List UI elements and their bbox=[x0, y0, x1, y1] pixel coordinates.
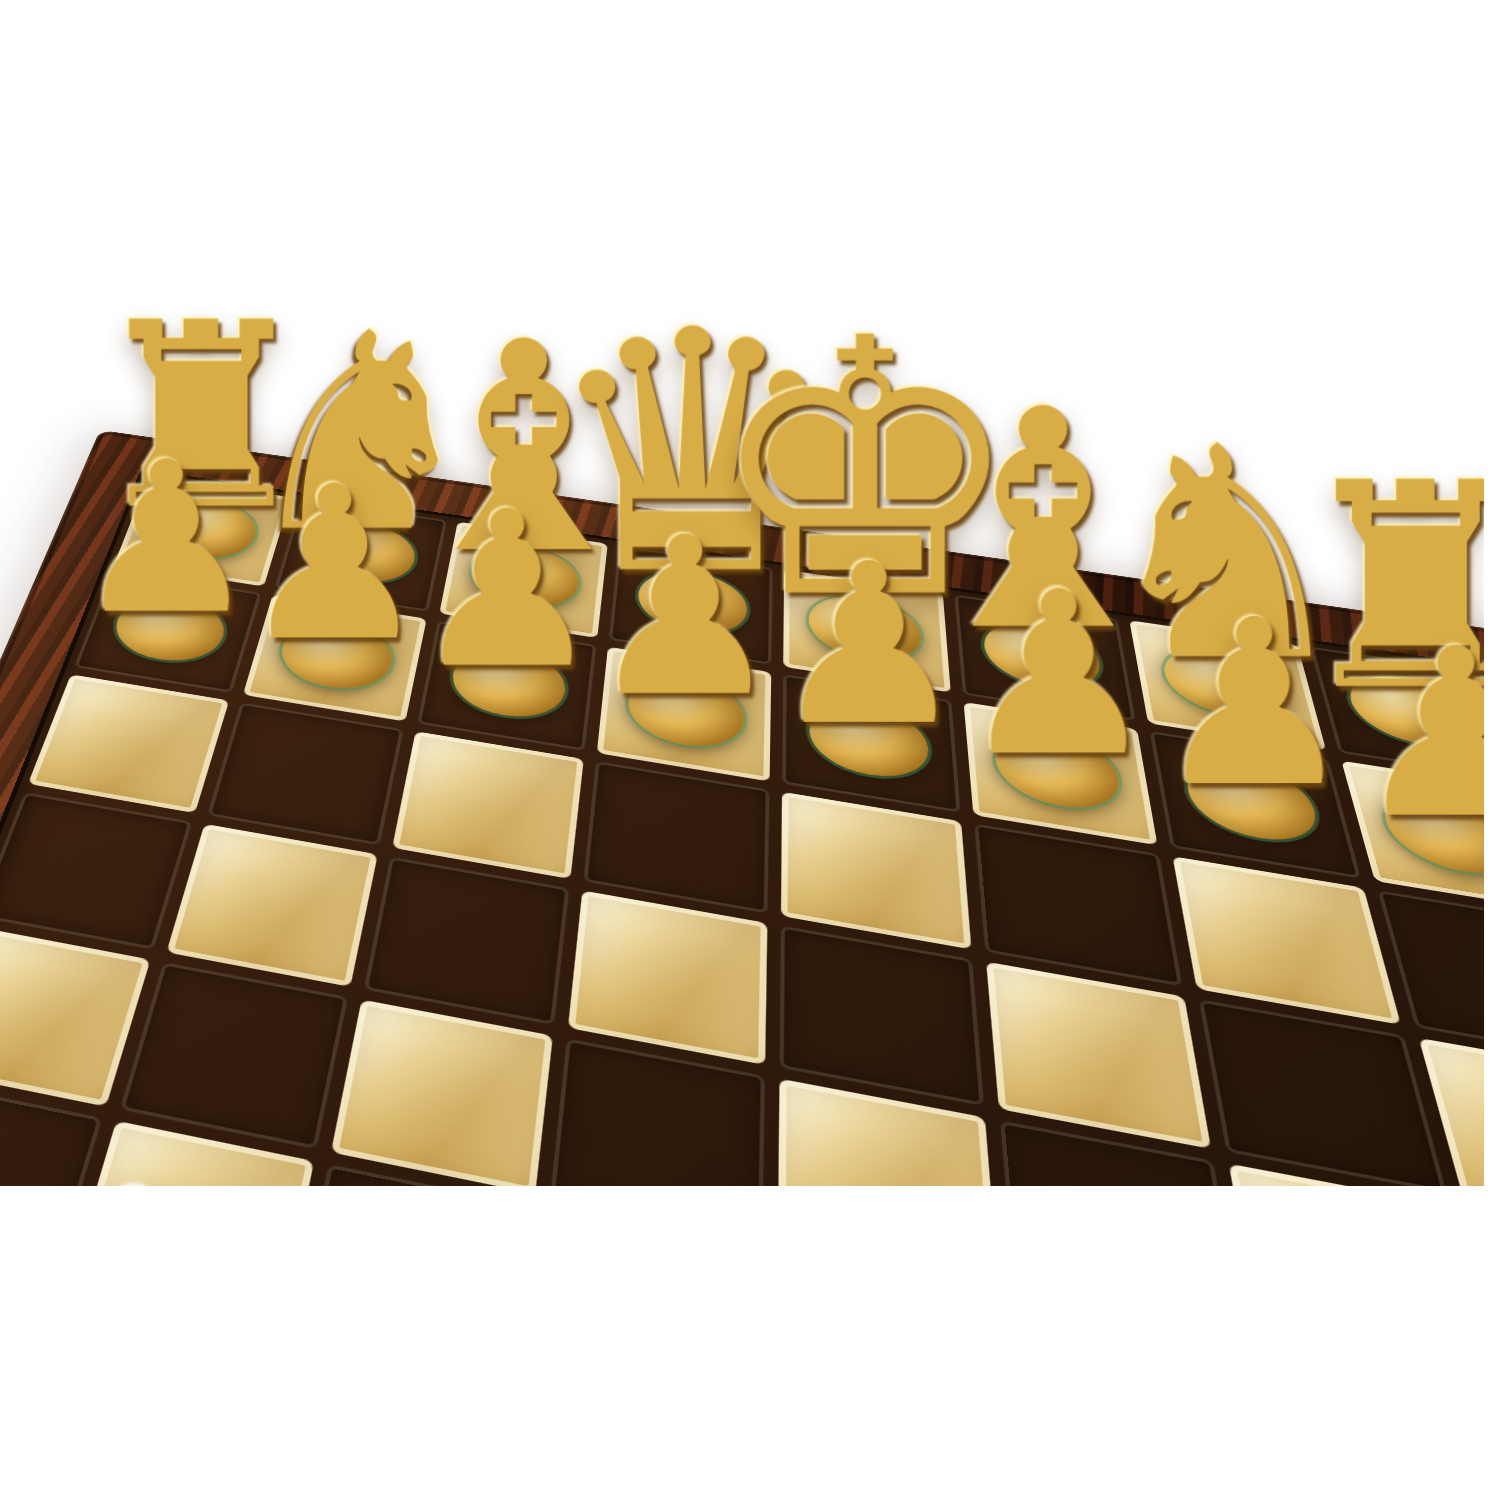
wooden-rim: ♜♞♝♛♚♝♞♜♟♟♟♟♟♟♟♟♟♟♟♟♟♟♟♟♜♞♝♛♚♝♞♜ bbox=[0, 430, 1484, 1186]
gold-pawn-g7[interactable]: ♟ bbox=[1151, 596, 1356, 814]
silver-pawn-b2[interactable]: ♟ bbox=[2, 1160, 273, 1186]
square-a7[interactable]: ♟ bbox=[74, 570, 262, 693]
square-c6[interactable] bbox=[392, 731, 584, 879]
square-f7[interactable]: ♟ bbox=[964, 702, 1158, 845]
gold-pawn-f7[interactable]: ♟ bbox=[957, 568, 1159, 782]
gold-pawn-h7[interactable]: ♟ bbox=[1352, 625, 1484, 846]
square-e5[interactable] bbox=[780, 925, 985, 1106]
gold-pawn-a7[interactable]: ♟ bbox=[73, 441, 260, 640]
square-d6[interactable] bbox=[583, 761, 769, 914]
square-b6[interactable] bbox=[207, 702, 404, 845]
square-a6[interactable] bbox=[28, 674, 229, 813]
square-c4[interactable] bbox=[331, 1000, 553, 1186]
square-g7[interactable]: ♟ bbox=[1150, 731, 1361, 879]
product-photo-scene: ♜♞♝♛♚♝♞♜♟♟♟♟♟♟♟♟♟♟♟♟♟♟♟♟♜♞♝♛♚♝♞♜ bbox=[0, 0, 1500, 1500]
square-d5[interactable] bbox=[568, 890, 767, 1065]
square-e7[interactable]: ♟ bbox=[782, 674, 960, 813]
board-grid: ♜♞♝♛♚♝♞♜♟♟♟♟♟♟♟♟♟♟♟♟♟♟♟♟♜♞♝♛♚♝♞♜ bbox=[0, 469, 1484, 1186]
square-b5[interactable] bbox=[166, 824, 377, 987]
square-f6[interactable] bbox=[974, 823, 1182, 986]
square-g5[interactable] bbox=[1199, 999, 1447, 1186]
square-g6[interactable] bbox=[1172, 856, 1400, 1025]
square-f5[interactable] bbox=[986, 962, 1211, 1149]
square-a5[interactable] bbox=[0, 792, 192, 950]
square-b7[interactable]: ♟ bbox=[243, 595, 427, 722]
square-c7[interactable]: ♟ bbox=[417, 620, 596, 751]
square-b4[interactable] bbox=[120, 962, 348, 1149]
square-d4[interactable] bbox=[550, 1038, 765, 1186]
square-d7[interactable]: ♟ bbox=[597, 647, 771, 782]
square-e4[interactable] bbox=[778, 1079, 999, 1186]
square-e6[interactable] bbox=[781, 792, 972, 950]
square-c5[interactable] bbox=[364, 857, 570, 1026]
gold-pawn-d7[interactable]: ♟ bbox=[587, 515, 783, 723]
gold-pawn-e7[interactable]: ♟ bbox=[769, 541, 968, 752]
photo-area: ♜♞♝♛♚♝♞♜♟♟♟♟♟♟♟♟♟♟♟♟♟♟♟♟♜♞♝♛♚♝♞♜ bbox=[0, 0, 1484, 1186]
gold-pawn-b7[interactable]: ♟ bbox=[239, 465, 429, 667]
gold-pawn-c7[interactable]: ♟ bbox=[411, 489, 604, 694]
board-3d-wrapper: ♜♞♝♛♚♝♞♜♟♟♟♟♟♟♟♟♟♟♟♟♟♟♟♟♜♞♝♛♚♝♞♜ bbox=[0, 430, 1484, 1186]
